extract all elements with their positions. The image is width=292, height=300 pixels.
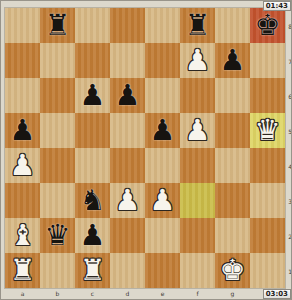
white-pawn[interactable]: ♟ [115, 183, 141, 218]
black-king[interactable]: ♚ [255, 8, 281, 43]
black-pawn[interactable]: ♟ [10, 113, 36, 148]
square-a1[interactable]: ♜ [5, 253, 40, 288]
rank-label-7: 7 [288, 57, 292, 64]
file-label-c: c [91, 290, 94, 297]
file-label-g: g [231, 290, 235, 297]
rank-label-3: 3 [288, 197, 292, 204]
file-label-b: b [56, 290, 60, 297]
square-g4[interactable] [215, 148, 250, 183]
square-h8[interactable]: ♚ [250, 8, 285, 43]
square-f6[interactable] [180, 78, 215, 113]
white-pawn[interactable]: ♟ [150, 183, 176, 218]
rank-label-4: 4 [288, 162, 292, 169]
rank-label-1: 1 [288, 267, 292, 274]
square-c5[interactable] [75, 113, 110, 148]
square-b6[interactable] [40, 78, 75, 113]
square-f1[interactable] [180, 253, 215, 288]
white-pawn[interactable]: ♟ [10, 148, 36, 183]
square-a6[interactable] [5, 78, 40, 113]
white-pawn[interactable]: ♟ [185, 43, 211, 78]
square-f3[interactable] [180, 183, 215, 218]
black-pawn[interactable]: ♟ [150, 113, 176, 148]
square-g7[interactable]: ♟ [215, 43, 250, 78]
square-e5[interactable]: ♟ [145, 113, 180, 148]
square-e6[interactable] [145, 78, 180, 113]
square-c6[interactable]: ♟ [75, 78, 110, 113]
square-f4[interactable] [180, 148, 215, 183]
square-g5[interactable] [215, 113, 250, 148]
square-d7[interactable] [110, 43, 145, 78]
square-h1[interactable] [250, 253, 285, 288]
square-b3[interactable] [40, 183, 75, 218]
square-b4[interactable] [40, 148, 75, 183]
square-b1[interactable] [40, 253, 75, 288]
square-h5[interactable]: ♛ [250, 113, 285, 148]
rank-labels: 87654321 [285, 8, 292, 288]
square-c7[interactable] [75, 43, 110, 78]
rank-label-2: 2 [288, 232, 292, 239]
square-b8[interactable]: ♜ [40, 8, 75, 43]
square-a8[interactable] [5, 8, 40, 43]
file-label-d: d [126, 290, 130, 297]
square-h4[interactable] [250, 148, 285, 183]
square-d3[interactable]: ♟ [110, 183, 145, 218]
square-h6[interactable] [250, 78, 285, 113]
square-c2[interactable]: ♟ [75, 218, 110, 253]
black-pawn[interactable]: ♟ [220, 43, 246, 78]
white-clock: 03:03 [263, 289, 291, 299]
white-king[interactable]: ♚ [220, 253, 246, 288]
file-labels: abcdefgh [5, 288, 285, 300]
square-g1[interactable]: ♚ [215, 253, 250, 288]
square-b5[interactable] [40, 113, 75, 148]
square-d5[interactable] [110, 113, 145, 148]
square-g8[interactable] [215, 8, 250, 43]
square-e1[interactable] [145, 253, 180, 288]
black-rook[interactable]: ♜ [45, 8, 71, 43]
rank-label-6: 6 [288, 92, 292, 99]
square-f7[interactable]: ♟ [180, 43, 215, 78]
square-a7[interactable] [5, 43, 40, 78]
square-g6[interactable] [215, 78, 250, 113]
file-label-a: a [21, 290, 25, 297]
chess-board: ♜♜♚♟♟♟♟♟♟♟♛♟♞♟♟♝♛♟♜♜♚ [5, 8, 285, 288]
square-c1[interactable]: ♜ [75, 253, 110, 288]
square-h3[interactable] [250, 183, 285, 218]
square-a5[interactable]: ♟ [5, 113, 40, 148]
square-a4[interactable]: ♟ [5, 148, 40, 183]
square-c3[interactable]: ♞ [75, 183, 110, 218]
square-g2[interactable] [215, 218, 250, 253]
square-g3[interactable] [215, 183, 250, 218]
rank-label-5: 5 [288, 127, 292, 134]
square-e3[interactable]: ♟ [145, 183, 180, 218]
square-d6[interactable]: ♟ [110, 78, 145, 113]
square-a3[interactable] [5, 183, 40, 218]
square-f2[interactable] [180, 218, 215, 253]
square-e7[interactable] [145, 43, 180, 78]
square-e4[interactable] [145, 148, 180, 183]
black-knight[interactable]: ♞ [80, 183, 106, 218]
square-b2[interactable]: ♛ [40, 218, 75, 253]
file-label-e: e [161, 290, 165, 297]
square-e8[interactable] [145, 8, 180, 43]
white-rook[interactable]: ♜ [10, 253, 36, 288]
white-bishop[interactable]: ♝ [10, 218, 36, 253]
black-pawn[interactable]: ♟ [80, 78, 106, 113]
square-h2[interactable] [250, 218, 285, 253]
square-c4[interactable] [75, 148, 110, 183]
file-label-f: f [196, 290, 198, 297]
black-pawn[interactable]: ♟ [80, 218, 106, 253]
square-b7[interactable] [40, 43, 75, 78]
black-pawn[interactable]: ♟ [115, 78, 141, 113]
rank-label-8: 8 [288, 22, 292, 29]
white-pawn[interactable]: ♟ [185, 113, 211, 148]
black-clock: 01:43 [263, 1, 291, 11]
black-queen[interactable]: ♛ [45, 218, 71, 253]
square-a2[interactable]: ♝ [5, 218, 40, 253]
square-d2[interactable] [110, 218, 145, 253]
square-f8[interactable]: ♜ [180, 8, 215, 43]
white-rook[interactable]: ♜ [80, 253, 106, 288]
square-c8[interactable] [75, 8, 110, 43]
black-rook[interactable]: ♜ [185, 8, 211, 43]
square-h7[interactable] [250, 43, 285, 78]
square-d4[interactable] [110, 148, 145, 183]
square-d1[interactable] [110, 253, 145, 288]
square-f5[interactable]: ♟ [180, 113, 215, 148]
white-queen[interactable]: ♛ [255, 113, 281, 148]
square-e2[interactable] [145, 218, 180, 253]
square-d8[interactable] [110, 8, 145, 43]
chess-app-window: 01:43 ♜♜♚♟♟♟♟♟♟♟♛♟♞♟♟♝♛♟♜♜♚ abcdefgh 876… [0, 0, 292, 300]
